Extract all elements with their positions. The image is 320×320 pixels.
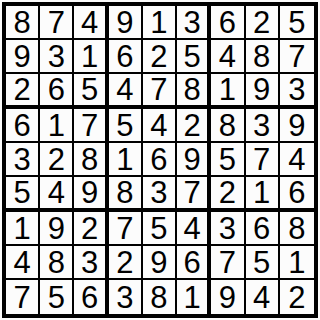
cell-r1c8[interactable]: 2: [246, 6, 280, 40]
cell-r4c1[interactable]: 6: [6, 109, 40, 143]
cell-r4c5[interactable]: 4: [143, 109, 177, 143]
cell-r3c9[interactable]: 3: [280, 74, 314, 109]
cell-r5c9[interactable]: 4: [280, 143, 314, 177]
cell-r9c5[interactable]: 8: [143, 280, 177, 314]
cell-r8c8[interactable]: 5: [246, 246, 280, 280]
cell-r5c3[interactable]: 8: [74, 143, 108, 177]
cell-r6c2[interactable]: 4: [40, 177, 74, 212]
cell-r2c8[interactable]: 8: [246, 40, 280, 74]
cell-r7c8[interactable]: 6: [246, 212, 280, 246]
cell-r8c3[interactable]: 3: [74, 246, 108, 280]
cell-r8c6[interactable]: 6: [177, 246, 211, 280]
cell-r7c7[interactable]: 3: [211, 212, 245, 246]
cell-r4c9[interactable]: 9: [280, 109, 314, 143]
cell-r8c1[interactable]: 4: [6, 246, 40, 280]
cell-r9c1[interactable]: 7: [6, 280, 40, 314]
cell-r5c2[interactable]: 2: [40, 143, 74, 177]
cell-r7c2[interactable]: 9: [40, 212, 74, 246]
sudoku-board: 8749136259316254872654781936175428393281…: [2, 2, 318, 318]
cell-r3c3[interactable]: 5: [74, 74, 108, 109]
cell-r6c8[interactable]: 1: [246, 177, 280, 212]
cell-r3c7[interactable]: 1: [211, 74, 245, 109]
cell-r9c9[interactable]: 2: [280, 280, 314, 314]
cell-r1c2[interactable]: 7: [40, 6, 74, 40]
cell-r7c3[interactable]: 2: [74, 212, 108, 246]
cell-r7c6[interactable]: 4: [177, 212, 211, 246]
cell-r9c7[interactable]: 9: [211, 280, 245, 314]
cell-r1c1[interactable]: 8: [6, 6, 40, 40]
cell-r2c2[interactable]: 3: [40, 40, 74, 74]
cell-r1c6[interactable]: 3: [177, 6, 211, 40]
cell-r9c6[interactable]: 1: [177, 280, 211, 314]
cell-r8c2[interactable]: 8: [40, 246, 74, 280]
cell-r4c8[interactable]: 3: [246, 109, 280, 143]
cell-r6c5[interactable]: 3: [143, 177, 177, 212]
cell-r2c7[interactable]: 4: [211, 40, 245, 74]
cell-r9c3[interactable]: 6: [74, 280, 108, 314]
cell-r8c4[interactable]: 2: [109, 246, 143, 280]
cell-r1c5[interactable]: 1: [143, 6, 177, 40]
cell-r9c2[interactable]: 5: [40, 280, 74, 314]
cell-r4c7[interactable]: 8: [211, 109, 245, 143]
cell-r4c3[interactable]: 7: [74, 109, 108, 143]
cell-r1c9[interactable]: 5: [280, 6, 314, 40]
cell-r6c6[interactable]: 7: [177, 177, 211, 212]
cell-r3c6[interactable]: 8: [177, 74, 211, 109]
cell-r7c1[interactable]: 1: [6, 212, 40, 246]
cell-r3c2[interactable]: 6: [40, 74, 74, 109]
cell-r6c4[interactable]: 8: [109, 177, 143, 212]
sudoku-page: { "game": "sudoku", "variant": "9x9 comp…: [0, 0, 320, 320]
cell-r1c4[interactable]: 9: [109, 6, 143, 40]
cell-r2c3[interactable]: 1: [74, 40, 108, 74]
cell-r4c6[interactable]: 2: [177, 109, 211, 143]
cell-r4c4[interactable]: 5: [109, 109, 143, 143]
cell-r5c8[interactable]: 7: [246, 143, 280, 177]
cell-r7c5[interactable]: 5: [143, 212, 177, 246]
cell-r2c6[interactable]: 5: [177, 40, 211, 74]
cell-r2c9[interactable]: 7: [280, 40, 314, 74]
cell-r7c4[interactable]: 7: [109, 212, 143, 246]
cell-r2c1[interactable]: 9: [6, 40, 40, 74]
cell-r5c4[interactable]: 1: [109, 143, 143, 177]
cell-r5c1[interactable]: 3: [6, 143, 40, 177]
cell-r6c1[interactable]: 5: [6, 177, 40, 212]
cell-r9c4[interactable]: 3: [109, 280, 143, 314]
cell-r9c8[interactable]: 4: [246, 280, 280, 314]
cell-r4c2[interactable]: 1: [40, 109, 74, 143]
cell-r5c7[interactable]: 5: [211, 143, 245, 177]
cell-r3c4[interactable]: 4: [109, 74, 143, 109]
cell-r8c7[interactable]: 7: [211, 246, 245, 280]
cell-r5c5[interactable]: 6: [143, 143, 177, 177]
cell-r7c9[interactable]: 8: [280, 212, 314, 246]
cell-r5c6[interactable]: 9: [177, 143, 211, 177]
cell-r3c1[interactable]: 2: [6, 74, 40, 109]
cell-r1c3[interactable]: 4: [74, 6, 108, 40]
cell-r6c3[interactable]: 9: [74, 177, 108, 212]
cell-r1c7[interactable]: 6: [211, 6, 245, 40]
cell-r2c4[interactable]: 6: [109, 40, 143, 74]
cell-r8c9[interactable]: 1: [280, 246, 314, 280]
cell-r3c8[interactable]: 9: [246, 74, 280, 109]
cell-r3c5[interactable]: 7: [143, 74, 177, 109]
cell-r8c5[interactable]: 9: [143, 246, 177, 280]
cell-r6c7[interactable]: 2: [211, 177, 245, 212]
cell-r2c5[interactable]: 2: [143, 40, 177, 74]
cell-r6c9[interactable]: 6: [280, 177, 314, 212]
